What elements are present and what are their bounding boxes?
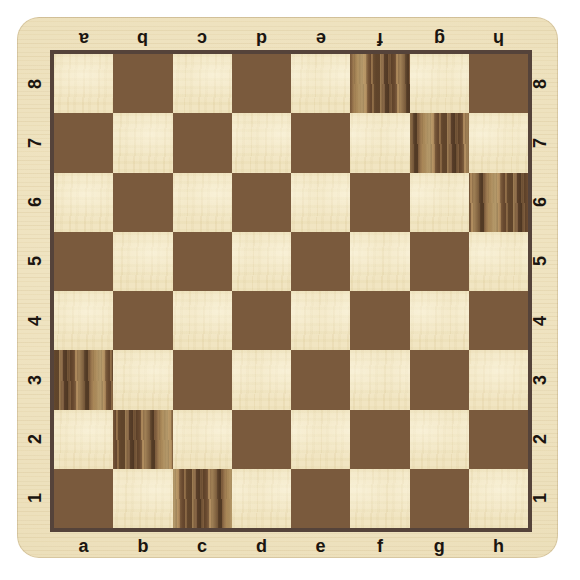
rank-label-left-8: 8 [21, 54, 49, 113]
square-g2[interactable] [410, 410, 469, 469]
square-a7[interactable] [54, 113, 113, 172]
coordinate-label: h [493, 537, 504, 555]
square-a5[interactable] [54, 232, 113, 291]
coordinate-label: d [256, 30, 267, 48]
file-label-top-g: g [410, 25, 469, 53]
square-e3[interactable] [291, 350, 350, 409]
coordinate-label: 6 [531, 197, 549, 207]
coordinate-label: b [137, 537, 148, 555]
coordinate-label: h [493, 30, 504, 48]
coordinate-label: e [316, 30, 326, 48]
coordinate-label: a [79, 537, 89, 555]
rank-label-left-7: 7 [21, 113, 49, 172]
square-f1[interactable] [350, 469, 409, 528]
coordinate-label: 6 [26, 197, 44, 207]
coordinate-label: e [316, 537, 326, 555]
square-b6[interactable] [113, 173, 172, 232]
square-c4[interactable] [173, 291, 232, 350]
square-d5[interactable] [232, 232, 291, 291]
square-g8[interactable] [410, 54, 469, 113]
file-label-top-h: h [469, 25, 528, 53]
coordinate-label: d [256, 537, 267, 555]
file-labels-bottom: abcdefgh [54, 533, 528, 559]
square-g4[interactable] [410, 291, 469, 350]
square-f5[interactable] [350, 232, 409, 291]
coordinate-label: 2 [26, 434, 44, 444]
square-f7[interactable] [350, 113, 409, 172]
square-g6[interactable] [410, 173, 469, 232]
square-f8[interactable] [350, 54, 409, 113]
square-d7[interactable] [232, 113, 291, 172]
square-a4[interactable] [54, 291, 113, 350]
square-f6[interactable] [350, 173, 409, 232]
coordinate-label: 1 [531, 493, 549, 503]
square-f3[interactable] [350, 350, 409, 409]
coordinate-label: f [377, 30, 383, 48]
rank-label-left-5: 5 [21, 232, 49, 291]
square-b5[interactable] [113, 232, 172, 291]
square-h3[interactable] [469, 350, 528, 409]
square-e8[interactable] [291, 54, 350, 113]
square-c6[interactable] [173, 173, 232, 232]
file-label-bottom-d: d [232, 533, 291, 559]
file-label-bottom-b: b [113, 533, 172, 559]
square-h8[interactable] [469, 54, 528, 113]
coordinate-label: 3 [26, 375, 44, 385]
square-h4[interactable] [469, 291, 528, 350]
coordinate-label: 3 [531, 375, 549, 385]
coordinate-label: a [79, 30, 89, 48]
file-label-bottom-c: c [173, 533, 232, 559]
file-label-bottom-g: g [410, 533, 469, 559]
file-label-top-e: e [291, 25, 350, 53]
square-g5[interactable] [410, 232, 469, 291]
coordinate-label: 1 [26, 493, 44, 503]
coordinate-label: g [434, 30, 445, 48]
rank-label-left-6: 6 [21, 173, 49, 232]
coordinate-label: g [434, 537, 445, 555]
coordinate-label: 8 [26, 79, 44, 89]
square-e6[interactable] [291, 173, 350, 232]
square-b1[interactable] [113, 469, 172, 528]
file-label-bottom-f: f [350, 533, 409, 559]
file-label-top-a: a [54, 25, 113, 53]
square-a3[interactable] [54, 350, 113, 409]
board-frame [50, 50, 532, 532]
rank-label-left-2: 2 [21, 410, 49, 469]
file-labels-top: abcdefgh [54, 25, 528, 53]
coordinate-label: 4 [26, 316, 44, 326]
coordinate-label: c [197, 537, 207, 555]
coordinate-label: 5 [26, 256, 44, 266]
coordinate-label: b [137, 30, 148, 48]
square-g1[interactable] [410, 469, 469, 528]
square-d3[interactable] [232, 350, 291, 409]
square-a2[interactable] [54, 410, 113, 469]
square-h5[interactable] [469, 232, 528, 291]
coordinate-label: 2 [531, 434, 549, 444]
square-c3[interactable] [173, 350, 232, 409]
square-a6[interactable] [54, 173, 113, 232]
square-h1[interactable] [469, 469, 528, 528]
coordinate-label: 8 [531, 79, 549, 89]
square-b4[interactable] [113, 291, 172, 350]
file-label-top-c: c [173, 25, 232, 53]
chess-board [54, 54, 528, 528]
square-f2[interactable] [350, 410, 409, 469]
file-label-bottom-h: h [469, 533, 528, 559]
square-d1[interactable] [232, 469, 291, 528]
file-label-top-b: b [113, 25, 172, 53]
square-e7[interactable] [291, 113, 350, 172]
coordinate-label: 7 [531, 138, 549, 148]
page-background: abcdefgh abcdefgh 87654321 87654321 [0, 0, 580, 580]
coordinate-label: 4 [531, 316, 549, 326]
square-d6[interactable] [232, 173, 291, 232]
square-a1[interactable] [54, 469, 113, 528]
file-label-bottom-e: e [291, 533, 350, 559]
square-c7[interactable] [173, 113, 232, 172]
square-h6[interactable] [469, 173, 528, 232]
coordinate-label: 5 [531, 256, 549, 266]
square-c5[interactable] [173, 232, 232, 291]
square-e5[interactable] [291, 232, 350, 291]
square-h2[interactable] [469, 410, 528, 469]
square-d8[interactable] [232, 54, 291, 113]
square-c1[interactable] [173, 469, 232, 528]
square-h7[interactable] [469, 113, 528, 172]
file-label-top-f: f [350, 25, 409, 53]
square-b3[interactable] [113, 350, 172, 409]
square-f4[interactable] [350, 291, 409, 350]
square-e1[interactable] [291, 469, 350, 528]
square-a8[interactable] [54, 54, 113, 113]
rank-label-left-3: 3 [21, 350, 49, 409]
square-b7[interactable] [113, 113, 172, 172]
square-c2[interactable] [173, 410, 232, 469]
file-label-bottom-a: a [54, 533, 113, 559]
coordinate-label: c [197, 30, 207, 48]
rank-label-left-4: 4 [21, 291, 49, 350]
chessboard-mat: abcdefgh abcdefgh 87654321 87654321 [17, 17, 558, 558]
square-d4[interactable] [232, 291, 291, 350]
square-b8[interactable] [113, 54, 172, 113]
square-e2[interactable] [291, 410, 350, 469]
square-e4[interactable] [291, 291, 350, 350]
square-c8[interactable] [173, 54, 232, 113]
square-d2[interactable] [232, 410, 291, 469]
coordinate-label: f [377, 537, 383, 555]
square-g3[interactable] [410, 350, 469, 409]
square-b2[interactable] [113, 410, 172, 469]
coordinate-label: 7 [26, 138, 44, 148]
square-g7[interactable] [410, 113, 469, 172]
rank-label-left-1: 1 [21, 469, 49, 528]
file-label-top-d: d [232, 25, 291, 53]
rank-labels-left: 87654321 [21, 54, 49, 528]
